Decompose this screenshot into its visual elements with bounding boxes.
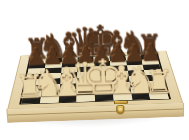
brass-clasp-icon: [116, 105, 124, 115]
photo-tilt-wrapper: ♜♞♝♛♚♝♞♜♟♟♟♟♟♟♟♟♟♟♟♟♟♟♟♟♜♞♝♛♚♝♞♜: [0, 0, 189, 140]
chess-set-photo: ♜♞♝♛♚♝♞♜♟♟♟♟♟♟♟♟♟♟♟♟♟♟♟♟♜♞♝♛♚♝♞♜: [0, 0, 189, 140]
square-h1: ♜: [149, 92, 169, 99]
folding-chess-box: ♜♞♝♛♚♝♞♜♟♟♟♟♟♟♟♟♟♟♟♟♟♟♟♟♜♞♝♛♚♝♞♜: [7, 51, 183, 109]
perspective-wrapper: ♜♞♝♛♚♝♞♜♟♟♟♟♟♟♟♟♟♟♟♟♟♟♟♟♜♞♝♛♚♝♞♜: [1, 0, 183, 109]
chess-board: ♜♞♝♛♚♝♞♜♟♟♟♟♟♟♟♟♟♟♟♟♟♟♟♟♜♞♝♛♚♝♞♜: [19, 54, 171, 105]
board-top-face: ♜♞♝♛♚♝♞♜♟♟♟♟♟♟♟♟♟♟♟♟♟♟♟♟♜♞♝♛♚♝♞♜: [7, 51, 183, 109]
box-lid-seam: [8, 109, 183, 116]
piece-white-rook-h1: ♜: [144, 66, 174, 99]
